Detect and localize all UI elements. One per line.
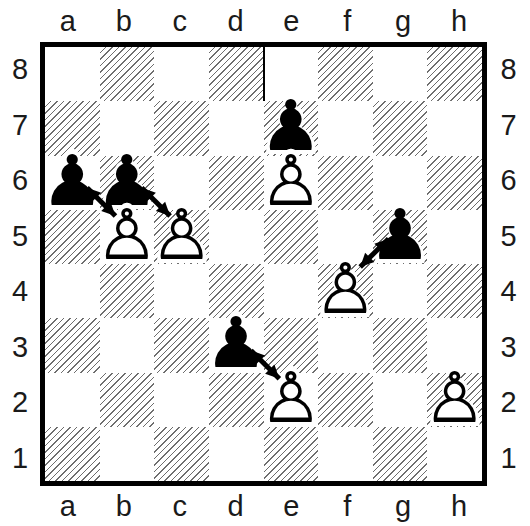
rank-labels-right: 87654321 [487,42,530,486]
rank-label-right-6: 6 [500,164,516,197]
rank-label-left-8: 8 [12,53,28,86]
rank-label-right-5: 5 [500,220,516,253]
square-e6[interactable]: ♟♙ [264,156,319,210]
square-e1[interactable] [264,427,319,481]
square-b8[interactable] [100,47,155,101]
rank-label-left-5: 5 [12,220,28,253]
file-label-bottom-d: d [227,490,243,523]
square-h2[interactable]: ♟♙ [427,373,482,427]
file-labels-top: abcdefgh [40,0,487,42]
square-f4[interactable]: ♟♙ [318,264,373,318]
white-pawn-c5[interactable]: ♟♙ [154,210,209,264]
white-pawn-e2[interactable]: ♟♙ [264,373,319,427]
square-h7[interactable] [427,101,482,155]
file-label-top-e: e [283,5,299,38]
square-a3[interactable] [45,318,100,372]
file-label-bottom-c: c [172,490,187,523]
square-e2[interactable]: ♟♙ [264,373,319,427]
square-c8[interactable] [154,47,209,101]
rank-label-left-2: 2 [12,386,28,419]
square-h4[interactable] [427,264,482,318]
white-pawn-h2[interactable]: ♟♙ [427,373,482,427]
file-label-top-f: f [343,5,351,38]
square-b3[interactable] [100,318,155,372]
white-pawn-glyph: ♙ [150,200,213,270]
white-pawn-glyph: ♙ [314,254,377,324]
square-b2[interactable] [100,373,155,427]
rank-label-left-7: 7 [12,109,28,142]
chess-board: ♟♟♟♟♟♟♟♙♟♙♟♙♟♟♟♙♟♟♟♙♟♙ [40,42,487,486]
square-g1[interactable] [373,427,428,481]
square-g4[interactable] [373,264,428,318]
rank-label-left-1: 1 [12,442,28,475]
d8-e8-divider-line [263,47,265,101]
white-pawn-glyph: ♙ [259,146,322,216]
square-g7[interactable] [373,101,428,155]
file-label-top-b: b [116,5,132,38]
square-b1[interactable] [100,427,155,481]
white-pawn-f4[interactable]: ♟♙ [318,264,373,318]
white-pawn-e6[interactable]: ♟♙ [264,156,319,210]
white-pawn-glyph: ♙ [259,363,322,433]
square-a1[interactable] [45,427,100,481]
rank-label-left-4: 4 [12,275,28,308]
square-c2[interactable] [154,373,209,427]
file-label-top-d: d [227,5,243,38]
file-label-top-h: h [451,5,467,38]
file-label-bottom-e: e [283,490,299,523]
square-h1[interactable] [427,427,482,481]
white-pawn-glyph: ♙ [423,363,486,433]
square-a8[interactable] [45,47,100,101]
rank-labels-left: 87654321 [0,42,40,486]
file-label-top-c: c [172,5,187,38]
square-f2[interactable] [318,373,373,427]
rank-label-right-4: 4 [500,275,516,308]
file-label-bottom-f: f [343,490,351,523]
square-c1[interactable] [154,427,209,481]
square-a2[interactable] [45,373,100,427]
square-d1[interactable] [209,427,264,481]
file-label-bottom-b: b [116,490,132,523]
rank-label-right-7: 7 [500,109,516,142]
square-g8[interactable] [373,47,428,101]
rank-label-right-3: 3 [500,331,516,364]
file-label-bottom-g: g [395,490,411,523]
file-labels-bottom: abcdefgh [40,486,487,526]
rank-label-right-8: 8 [500,53,516,86]
rank-label-left-6: 6 [12,164,28,197]
square-c5[interactable]: ♟♙ [154,210,209,264]
square-f1[interactable] [318,427,373,481]
rank-label-left-3: 3 [12,331,28,364]
rank-label-right-2: 2 [500,386,516,419]
file-label-bottom-h: h [451,490,467,523]
file-label-top-g: g [395,5,411,38]
square-h8[interactable] [427,47,482,101]
square-d5[interactable] [209,210,264,264]
square-h5[interactable] [427,210,482,264]
square-b4[interactable] [100,264,155,318]
file-label-top-a: a [60,5,76,38]
chess-diagram: abcdefgh 87654321 ♟♟♟♟♟♟♟♙♟♙♟♙♟♟♟♙♟♟♟♙♟♙… [0,0,530,526]
file-label-bottom-a: a [60,490,76,523]
rank-label-right-1: 1 [500,442,516,475]
square-a4[interactable] [45,264,100,318]
